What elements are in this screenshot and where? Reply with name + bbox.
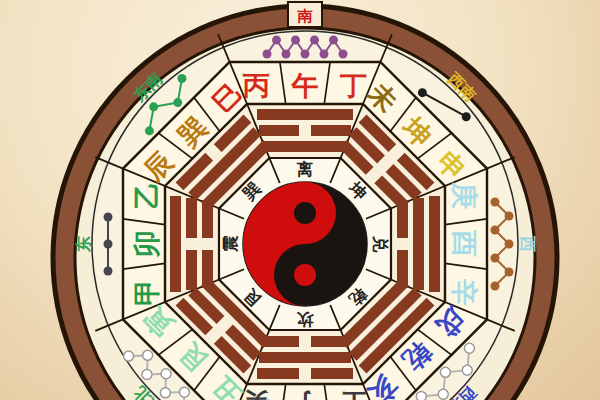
trigram-bar-兑 xyxy=(429,196,440,292)
luoshu-dot xyxy=(505,268,514,277)
mountain-char: 酉 xyxy=(449,230,480,258)
luoshu-dot xyxy=(438,389,448,399)
mountain-char: 壬 xyxy=(340,388,368,400)
trigram-bar-震 xyxy=(170,196,181,292)
trigram-bar-离 xyxy=(261,141,349,152)
luoshu-dot xyxy=(310,36,319,45)
mountain-char: 庚 xyxy=(449,181,480,209)
luoshu-dot xyxy=(142,369,152,379)
luoshu-dot xyxy=(462,112,471,121)
luoshu-dot xyxy=(124,351,134,361)
luoshu-dot xyxy=(491,282,500,291)
luoshu-dot xyxy=(145,126,154,135)
trigram-bar-坎 xyxy=(311,336,349,347)
trigram-bar-离 xyxy=(257,109,353,120)
direction-label: 东 xyxy=(74,236,93,253)
luoshu-dot xyxy=(416,391,426,400)
luoshu-dot xyxy=(491,254,500,263)
trigram-name: 震 xyxy=(221,235,240,253)
trigram-bar-坎 xyxy=(259,352,351,363)
luoshu-dot xyxy=(320,50,329,59)
mountain-char: 子 xyxy=(292,388,320,400)
luoshu-dot xyxy=(282,50,291,59)
luoshu-dot xyxy=(464,343,474,353)
trigram-name: 兑 xyxy=(371,235,390,253)
mountain-char: 午 xyxy=(291,70,319,101)
taiji-eye-bottom xyxy=(294,264,316,286)
mountain-char: 丙 xyxy=(242,70,270,101)
mountain-char: 甲 xyxy=(131,279,162,306)
luoshu-dot xyxy=(149,102,158,111)
mountain-char: 丁 xyxy=(339,70,367,101)
luoshu-dot xyxy=(418,88,427,97)
trigram-bar-震 xyxy=(186,250,197,290)
mountain-char: 乙 xyxy=(131,182,162,209)
luoshu-dot xyxy=(505,212,514,221)
trigram-bar-震 xyxy=(186,198,197,238)
luoshu-dot xyxy=(143,350,153,360)
mountain-char: 卯 xyxy=(131,231,162,259)
luoshu-dot xyxy=(329,36,338,45)
taiji-eye-top xyxy=(294,202,316,224)
trigram-bar-坎 xyxy=(257,368,299,379)
south-label: 南 xyxy=(297,7,313,25)
luoshu-dot xyxy=(263,50,272,59)
luoshu-dot xyxy=(491,226,500,235)
luoshu-dot xyxy=(301,50,310,59)
luoshu-dot xyxy=(339,50,348,59)
luoshu-dot xyxy=(272,36,281,45)
trigram-bar-震 xyxy=(202,250,213,288)
luoshu-dot xyxy=(177,74,186,83)
luoshu-dot xyxy=(160,388,170,398)
luoshu-dot xyxy=(462,365,472,375)
direction-label: 西 xyxy=(518,235,537,252)
trigram-bar-兑 xyxy=(413,198,424,290)
luoshu-dot xyxy=(161,369,171,379)
luoshu-dot xyxy=(505,240,514,249)
bagua-board: 丙午丁离未坤申坤西南庚酉辛兑西戌乾亥乾西北壬子癸坎丑艮寅艮东北甲卯乙震东辰巽巳巽… xyxy=(0,0,600,400)
trigram-name: 坎 xyxy=(296,310,314,329)
trigram-name: 离 xyxy=(296,160,314,179)
mountain-char: 辛 xyxy=(449,278,480,306)
luoshu-dot xyxy=(291,36,300,45)
luoshu-dot xyxy=(491,198,500,207)
luoshu-dot xyxy=(173,98,182,107)
luoshu-dot xyxy=(104,267,113,276)
bagua-compass-diagram: 丙午丁离未坤申坤西南庚酉辛兑西戌乾亥乾西北壬子癸坎丑艮寅艮东北甲卯乙震东辰巽巳巽… xyxy=(0,0,600,400)
trigram-bar-离 xyxy=(259,125,299,136)
trigram-bar-坎 xyxy=(311,368,353,379)
luoshu-dot xyxy=(104,213,113,222)
luoshu-dot xyxy=(104,240,113,249)
luoshu-dot xyxy=(179,387,189,397)
trigram-bar-兑 xyxy=(397,200,408,238)
luoshu-dot xyxy=(440,367,450,377)
trigram-bar-离 xyxy=(311,125,351,136)
